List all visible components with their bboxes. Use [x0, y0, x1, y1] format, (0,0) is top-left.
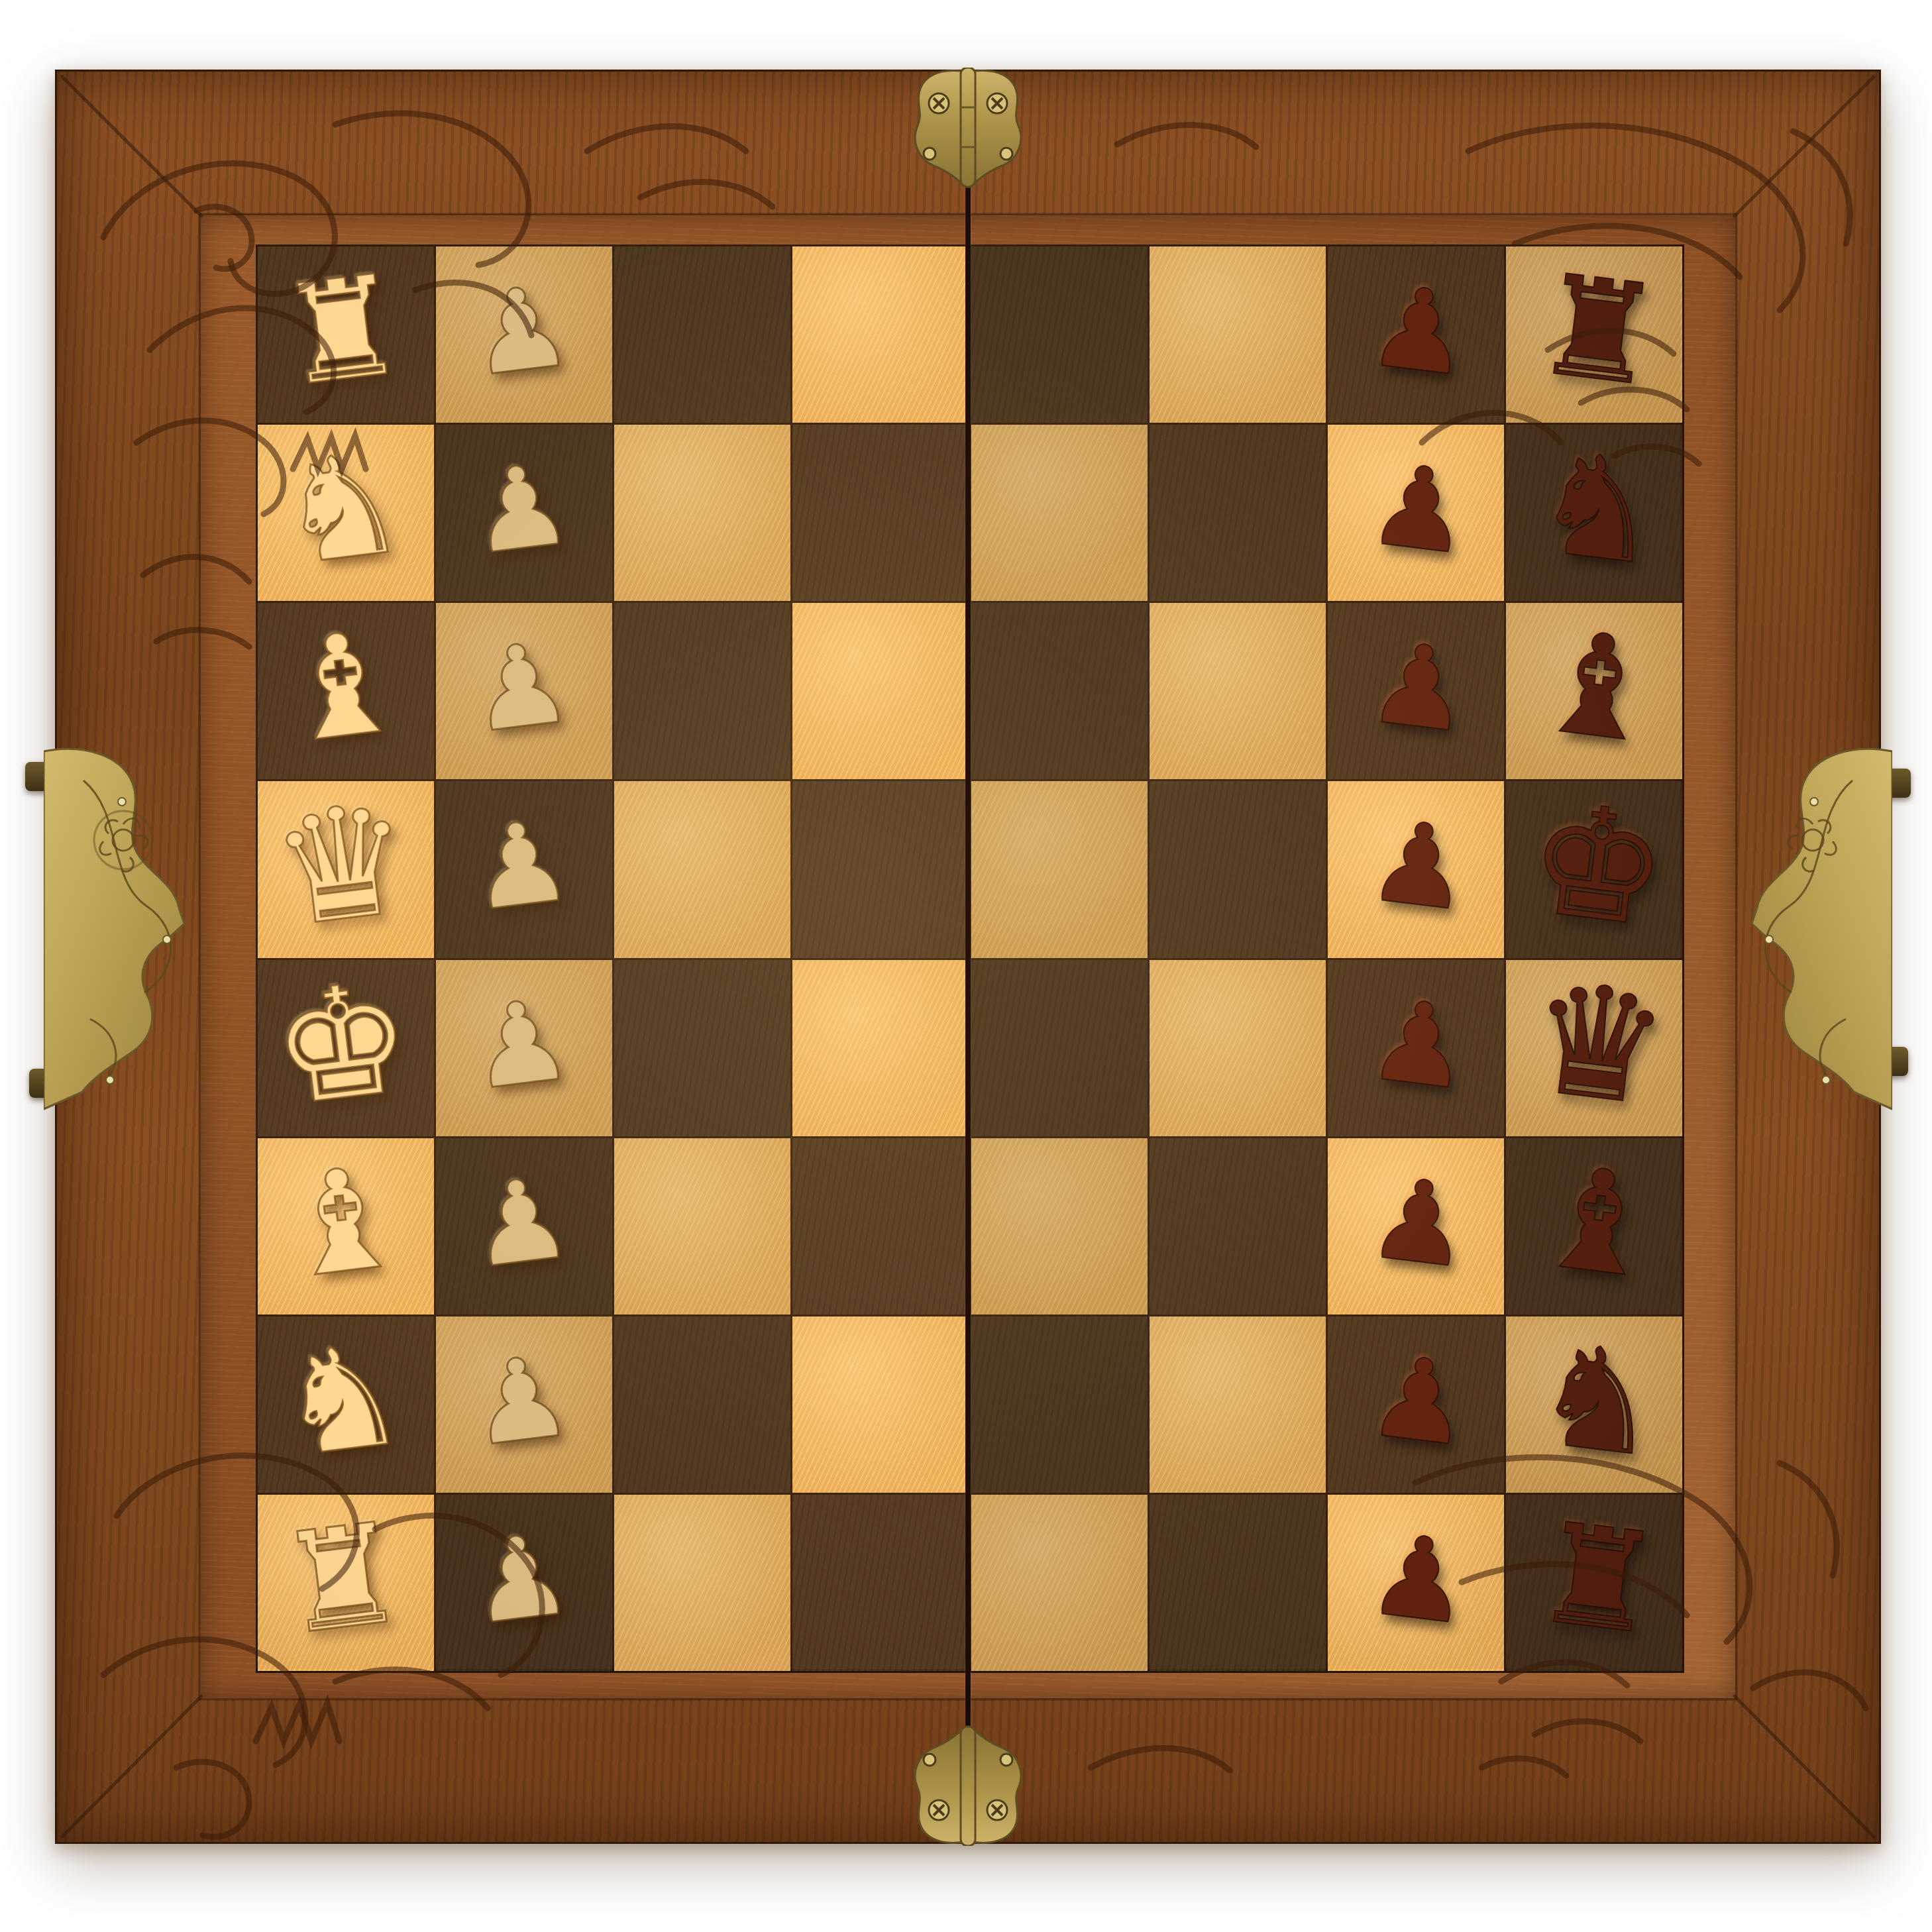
photo-background: ♜♟♟♜♞♟♟♞♝♟♟♝♛♟♟♚♚♟♟♛♝♟♟♝♞♟♟♞♜♟♟♜	[0, 0, 1932, 1932]
square-h7[interactable]: ♟	[1328, 1495, 1504, 1671]
piece-bN-g8[interactable]: ♞	[1527, 1323, 1669, 1478]
piece-bP-h7[interactable]: ♟	[1363, 1517, 1477, 1640]
square-d7[interactable]: ♟	[1328, 781, 1504, 957]
piece-wP-b2[interactable]: ♟	[463, 447, 577, 570]
chess-box: ♜♟♟♜♞♟♟♞♝♟♟♝♛♟♟♚♚♟♟♛♝♟♟♝♞♟♟♞♜♟♟♜	[55, 70, 1881, 1844]
square-b2[interactable]: ♟	[436, 425, 612, 601]
square-c8[interactable]: ♝	[1506, 603, 1682, 779]
piece-bP-e7[interactable]: ♟	[1363, 982, 1477, 1106]
square-a6[interactable]	[1150, 246, 1326, 423]
square-a2[interactable]: ♟	[436, 246, 612, 423]
square-g4[interactable]	[792, 1316, 969, 1493]
hinge-wings	[915, 68, 1021, 187]
square-e5[interactable]	[971, 960, 1148, 1136]
square-g3[interactable]	[614, 1316, 790, 1493]
square-a7[interactable]: ♟	[1328, 246, 1504, 423]
square-a1[interactable]: ♜	[258, 246, 434, 423]
square-g2[interactable]: ♟	[436, 1316, 612, 1493]
square-f5[interactable]	[971, 1138, 1148, 1315]
square-f3[interactable]	[614, 1138, 790, 1315]
piece-wP-c2[interactable]: ♟	[463, 625, 577, 749]
piece-wK-e1[interactable]: ♚	[264, 959, 420, 1128]
square-f8[interactable]: ♝	[1506, 1138, 1682, 1315]
square-b1[interactable]: ♞	[258, 425, 434, 601]
square-g7[interactable]: ♟	[1328, 1316, 1504, 1493]
piece-bQ-e8[interactable]: ♛	[1520, 959, 1676, 1128]
square-b7[interactable]: ♟	[1328, 425, 1504, 601]
square-f7[interactable]: ♟	[1328, 1138, 1504, 1315]
piece-bB-c8[interactable]: ♝	[1527, 610, 1669, 765]
piece-wN-b1[interactable]: ♞	[271, 431, 413, 586]
square-d5[interactable]	[971, 781, 1148, 957]
square-f4[interactable]	[792, 1138, 969, 1315]
piece-wP-e2[interactable]: ♟	[463, 982, 577, 1106]
piece-wR-a1[interactable]: ♜	[272, 254, 411, 406]
square-c4[interactable]	[792, 603, 969, 779]
square-h8[interactable]: ♜	[1506, 1495, 1682, 1671]
square-h5[interactable]	[971, 1495, 1148, 1671]
hinge-barrel	[961, 68, 975, 187]
square-g5[interactable]	[971, 1316, 1148, 1493]
square-h4[interactable]	[792, 1495, 969, 1671]
square-d3[interactable]	[614, 781, 790, 957]
piece-wB-c1[interactable]: ♝	[271, 610, 413, 765]
square-f2[interactable]: ♟	[436, 1138, 612, 1315]
square-f1[interactable]: ♝	[258, 1138, 434, 1315]
piece-wP-h2[interactable]: ♟	[463, 1517, 577, 1640]
square-b3[interactable]	[614, 425, 790, 601]
piece-bP-d7[interactable]: ♟	[1363, 803, 1477, 927]
square-b8[interactable]: ♞	[1506, 425, 1682, 601]
clasp-right	[1727, 741, 1892, 1112]
piece-bR-a8[interactable]: ♜	[1529, 254, 1668, 406]
square-d2[interactable]: ♟	[436, 781, 612, 957]
piece-wP-a2[interactable]: ♟	[463, 268, 577, 392]
piece-bP-c7[interactable]: ♟	[1363, 625, 1477, 749]
square-c5[interactable]	[971, 603, 1148, 779]
square-g6[interactable]	[1150, 1316, 1326, 1493]
clasp-left	[44, 741, 209, 1112]
square-g8[interactable]: ♞	[1506, 1316, 1682, 1493]
square-e2[interactable]: ♟	[436, 960, 612, 1136]
fold-seam	[965, 72, 971, 1842]
hinge-top	[898, 68, 1038, 189]
square-f6[interactable]	[1150, 1138, 1326, 1315]
square-d6[interactable]	[1150, 781, 1326, 957]
square-h1[interactable]: ♜	[258, 1495, 434, 1671]
square-b5[interactable]	[971, 425, 1148, 601]
piece-bP-b7[interactable]: ♟	[1363, 447, 1477, 570]
square-c3[interactable]	[614, 603, 790, 779]
square-a5[interactable]	[971, 246, 1148, 423]
piece-wP-f2[interactable]: ♟	[463, 1160, 577, 1284]
square-e8[interactable]: ♛	[1506, 960, 1682, 1136]
hinge-bottom	[898, 1724, 1038, 1846]
square-a3[interactable]	[614, 246, 790, 423]
piece-bP-g7[interactable]: ♟	[1363, 1338, 1477, 1462]
piece-wR-h1[interactable]: ♜	[272, 1503, 411, 1654]
square-e6[interactable]	[1150, 960, 1326, 1136]
square-e4[interactable]	[792, 960, 969, 1136]
piece-bP-f7[interactable]: ♟	[1363, 1160, 1477, 1284]
square-d4[interactable]	[792, 781, 969, 957]
square-c2[interactable]: ♟	[436, 603, 612, 779]
square-a4[interactable]	[792, 246, 969, 423]
square-c6[interactable]	[1150, 603, 1326, 779]
piece-wP-g2[interactable]: ♟	[463, 1338, 577, 1462]
square-e1[interactable]: ♚	[258, 960, 434, 1136]
piece-bR-h8[interactable]: ♜	[1529, 1503, 1668, 1654]
piece-bB-f8[interactable]: ♝	[1527, 1145, 1669, 1300]
square-g1[interactable]: ♞	[258, 1316, 434, 1493]
square-a8[interactable]: ♜	[1506, 246, 1682, 423]
square-b4[interactable]	[792, 425, 969, 601]
piece-bN-b8[interactable]: ♞	[1527, 431, 1669, 586]
piece-wB-f1[interactable]: ♝	[271, 1145, 413, 1300]
square-b6[interactable]	[1150, 425, 1326, 601]
square-h2[interactable]: ♟	[436, 1495, 612, 1671]
piece-wP-d2[interactable]: ♟	[463, 803, 577, 927]
square-e3[interactable]	[614, 960, 790, 1136]
square-h3[interactable]	[614, 1495, 790, 1671]
piece-wN-g1[interactable]: ♞	[271, 1323, 413, 1478]
piece-bP-a7[interactable]: ♟	[1363, 268, 1477, 392]
square-d8[interactable]: ♚	[1506, 781, 1682, 957]
square-e7[interactable]: ♟	[1328, 960, 1504, 1136]
square-h6[interactable]	[1150, 1495, 1326, 1671]
piece-bK-d8[interactable]: ♚	[1520, 780, 1676, 950]
square-d1[interactable]: ♛	[258, 781, 434, 957]
piece-wQ-d1[interactable]: ♛	[264, 780, 420, 950]
square-c7[interactable]: ♟	[1328, 603, 1504, 779]
square-c1[interactable]: ♝	[258, 603, 434, 779]
